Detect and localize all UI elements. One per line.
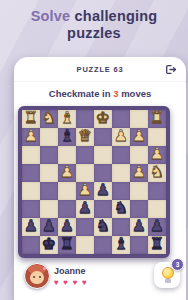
headline-word-solve: Solve [31,8,71,24]
app-screen: Solve challenging puzzles PUZZLE 63 Chec… [0,0,188,300]
square-a1[interactable] [22,236,40,254]
square-f4[interactable] [112,182,130,200]
square-f3[interactable]: ♞ [112,200,130,218]
square-e4[interactable]: ♟ [94,182,112,200]
square-a7[interactable]: ♟ [22,128,40,146]
square-g6[interactable] [130,146,148,164]
square-e5[interactable] [94,164,112,182]
square-c5[interactable]: ♟ [58,164,76,182]
square-d6[interactable] [76,146,94,164]
hint-button[interactable]: 3 [154,262,180,288]
avatar-eye [39,276,41,278]
square-d7[interactable]: ♛ [76,128,94,146]
square-c1[interactable]: ♜ [58,236,76,254]
square-h3[interactable] [148,200,166,218]
white-rook-piece: ♜ [150,109,164,127]
chess-board-frame: ♜♞♝♚♜♟♝♛♟♟♟♟♟♞♟♟♟♞♟♟♟♞♟♟♚♜♝♜ [18,106,170,258]
goal-move-count: 3 [113,88,118,99]
square-h6[interactable]: ♟ [148,146,166,164]
lightbulb-base [165,279,171,283]
square-f5[interactable] [112,164,130,182]
square-e2[interactable]: ♞ [94,218,112,236]
white-rook-piece: ♜ [24,109,38,127]
square-a4[interactable] [22,182,40,200]
logout-icon [164,63,177,76]
avatar [24,263,50,289]
white-king-piece: ♚ [96,109,110,127]
white-pawn-piece: ♟ [114,127,128,145]
black-pawn-piece: ♟ [60,217,74,235]
square-f1[interactable]: ♝ [112,236,130,254]
player-name: Joanne [54,266,86,276]
lives-hearts: ♥ ♥ ♥ ♥ [54,278,88,287]
square-f2[interactable] [112,218,130,236]
square-f6[interactable] [112,146,130,164]
square-b7[interactable] [40,128,58,146]
exit-button[interactable] [163,62,177,76]
square-a2[interactable]: ♟ [22,218,40,236]
black-rook-piece: ♜ [150,235,164,253]
square-a8[interactable]: ♜ [22,110,40,128]
black-knight-piece: ♞ [114,199,128,217]
square-b6[interactable] [40,146,58,164]
square-e6[interactable] [94,146,112,164]
black-pawn-piece: ♟ [78,199,92,217]
hint-count-badge: 3 [171,258,184,271]
white-queen-piece: ♛ [78,127,92,145]
square-h5[interactable]: ♞ [148,164,166,182]
black-king-piece: ♚ [42,235,56,253]
square-g4[interactable] [130,182,148,200]
square-h7[interactable] [148,128,166,146]
square-e7[interactable] [94,128,112,146]
black-rook-piece: ♜ [60,235,74,253]
avatar-eye [33,276,35,278]
square-g8[interactable] [130,110,148,128]
square-e8[interactable]: ♚ [94,110,112,128]
white-pawn-piece: ♟ [132,163,146,181]
square-e3[interactable] [94,200,112,218]
square-g5[interactable]: ♟ [130,164,148,182]
white-pawn-piece: ♟ [24,127,38,145]
square-a6[interactable] [22,146,40,164]
headline-word-puzzles: puzzles [67,25,121,41]
square-h8[interactable]: ♜ [148,110,166,128]
black-pawn-piece: ♟ [132,217,146,235]
square-b2[interactable]: ♟ [40,218,58,236]
black-pawn-piece: ♟ [96,181,110,199]
white-bishop-piece: ♝ [60,109,74,127]
square-b8[interactable]: ♞ [40,110,58,128]
square-e1[interactable] [94,236,112,254]
square-d1[interactable] [76,236,94,254]
black-pawn-piece: ♟ [24,217,38,235]
headline-word-challenging: challenging [75,8,158,24]
square-b3[interactable] [40,200,58,218]
white-pawn-piece: ♟ [60,163,74,181]
square-d8[interactable] [76,110,94,128]
square-f8[interactable] [112,110,130,128]
goal-suffix: moves [121,88,151,99]
black-knight-piece: ♞ [96,217,110,235]
headline: Solve challenging puzzles [0,8,188,42]
square-c6[interactable] [58,146,76,164]
square-a5[interactable] [22,164,40,182]
square-b4[interactable] [40,182,58,200]
puzzle-card: PUZZLE 63 Checkmate in 3 moves ♜♞♝♚♜♟♝♛♟… [14,57,186,300]
puzzle-title: PUZZLE 63 [77,65,124,74]
square-g2[interactable]: ♟ [130,218,148,236]
square-f7[interactable]: ♟ [112,128,130,146]
square-c8[interactable]: ♝ [58,110,76,128]
white-knight-piece: ♞ [150,163,164,181]
square-b1[interactable]: ♚ [40,236,58,254]
square-c4[interactable] [58,182,76,200]
white-pawn-piece: ♟ [150,145,164,163]
square-c3[interactable] [58,200,76,218]
goal-prefix: Checkmate in [49,88,111,99]
square-d2[interactable] [76,218,94,236]
black-bishop-piece: ♝ [60,127,74,145]
card-header: PUZZLE 63 [14,57,186,82]
black-pawn-piece: ♟ [150,217,164,235]
square-b5[interactable] [40,164,58,182]
chess-board: ♜♞♝♚♜♟♝♛♟♟♟♟♟♞♟♟♟♞♟♟♟♞♟♟♚♜♝♜ [22,110,166,254]
square-h4[interactable] [148,182,166,200]
square-d5[interactable] [76,164,94,182]
black-pawn-piece: ♟ [42,217,56,235]
square-h2[interactable]: ♟ [148,218,166,236]
avatar-flower [43,267,46,270]
white-knight-piece: ♞ [42,109,56,127]
square-g3[interactable] [130,200,148,218]
square-h1[interactable]: ♜ [148,236,166,254]
white-pawn-piece: ♟ [132,127,146,145]
square-d3[interactable]: ♟ [76,200,94,218]
square-c2[interactable]: ♟ [58,218,76,236]
square-a3[interactable] [22,200,40,218]
white-pawn-piece: ♟ [78,181,92,199]
player-bar: Joanne ♥ ♥ ♥ ♥ 3 [14,260,186,296]
square-c7[interactable]: ♝ [58,128,76,146]
square-g7[interactable]: ♟ [130,128,148,146]
square-g1[interactable] [130,236,148,254]
puzzle-goal: Checkmate in 3 moves [14,88,186,99]
square-d4[interactable]: ♟ [76,182,94,200]
avatar-face [30,271,44,284]
black-bishop-piece: ♝ [114,235,128,253]
